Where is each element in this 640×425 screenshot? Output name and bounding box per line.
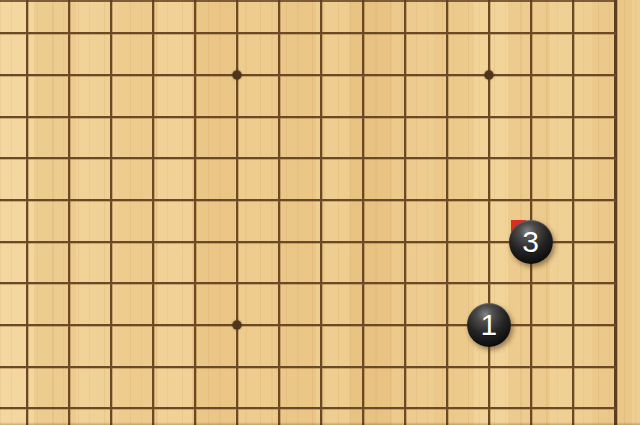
grid-hline (0, 282, 616, 284)
grid-hline-top-cropped (0, 0, 616, 2)
grid-vline (320, 0, 322, 425)
grid-hline (0, 157, 616, 159)
go-board[interactable]: 13 (0, 0, 640, 425)
star-point-k4 (233, 320, 242, 329)
grid-vline (362, 0, 364, 425)
stone-number: 3 (522, 227, 539, 257)
stone-number: 1 (480, 310, 497, 340)
grid-hline (0, 199, 616, 201)
grid-vline (68, 0, 70, 425)
grid-hline (0, 407, 616, 409)
grid-vline (110, 0, 112, 425)
grid-hline (0, 116, 616, 118)
stone-black-1: 1 (467, 303, 511, 347)
star-point-q10 (484, 70, 493, 79)
grid-vline (530, 0, 532, 425)
grid-vline (236, 0, 238, 425)
grid-vline (194, 0, 196, 425)
grid-vline (446, 0, 448, 425)
star-point-k10 (233, 70, 242, 79)
grid-vline (488, 0, 490, 425)
grid-hline (0, 324, 616, 326)
grid-hline (0, 74, 616, 76)
grid-vline (572, 0, 574, 425)
grid-hline (0, 32, 616, 34)
stone-black-3: 3 (509, 220, 553, 264)
grid-vline (152, 0, 154, 425)
board-edge-line-right (614, 0, 617, 425)
grid-vline (404, 0, 406, 425)
grid-vline (278, 0, 280, 425)
grid-vline (26, 0, 28, 425)
grid-hline (0, 366, 616, 368)
